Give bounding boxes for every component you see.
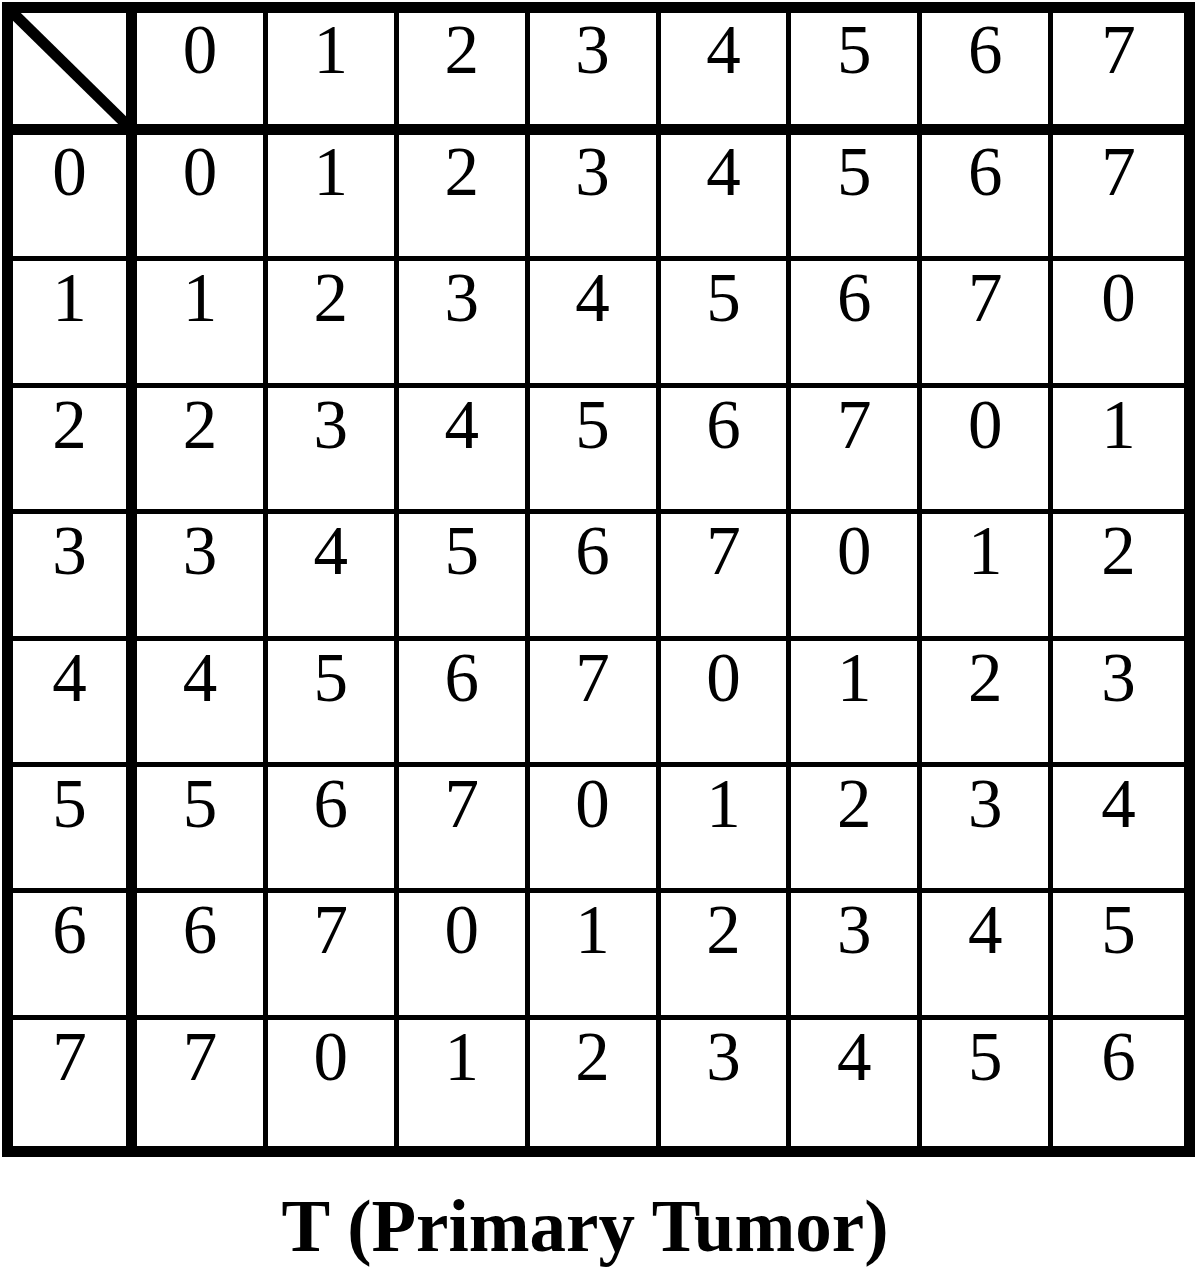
grid-cell: 3	[1053, 641, 1184, 767]
grid-cell: 0	[530, 767, 661, 893]
diagonal-line-icon	[13, 13, 126, 124]
grid-cell: 0	[268, 1020, 399, 1146]
grid-cell: 4	[661, 135, 792, 261]
grid-cell: 2	[137, 388, 268, 514]
grid-cell: 6	[791, 261, 922, 387]
col-header-cell: 0	[137, 13, 268, 135]
row-header-cell: 0	[13, 135, 137, 261]
grid-cell: 6	[1053, 1020, 1184, 1146]
grid-cell: 1	[791, 641, 922, 767]
grid-cell: 6	[399, 641, 530, 767]
grid-cell: 0	[922, 388, 1053, 514]
grid-cell: 5	[137, 767, 268, 893]
row-header-cell: 3	[13, 514, 137, 640]
grid-cell: 6	[137, 893, 268, 1019]
grid-cell: 0	[137, 135, 268, 261]
col-header-cell: 7	[1053, 13, 1184, 135]
col-header-cell: 1	[268, 13, 399, 135]
grid-cell: 6	[661, 388, 792, 514]
grid-cell: 5	[268, 641, 399, 767]
grid-cell: 1	[530, 893, 661, 1019]
grid-cell: 3	[399, 261, 530, 387]
grid-cell: 7	[268, 893, 399, 1019]
grid-cell: 3	[791, 893, 922, 1019]
corner-cell	[13, 13, 137, 135]
col-header-cell: 5	[791, 13, 922, 135]
grid-cell: 7	[137, 1020, 268, 1146]
grid-cell: 5	[922, 1020, 1053, 1146]
grid-cell: 5	[399, 514, 530, 640]
grid-cell: 3	[922, 767, 1053, 893]
grid-cell: 3	[661, 1020, 792, 1146]
grid-cell: 4	[268, 514, 399, 640]
grid-cell: 4	[791, 1020, 922, 1146]
grid-cell: 4	[1053, 767, 1184, 893]
row-header-cell: 2	[13, 388, 137, 514]
grid-cell: 7	[791, 388, 922, 514]
grid-cell: 7	[399, 767, 530, 893]
grid-cell: 7	[661, 514, 792, 640]
grid-cell: 0	[791, 514, 922, 640]
row-header-cell: 6	[13, 893, 137, 1019]
addition-table-grid: 0123456700123456711234567022345670133456…	[2, 2, 1195, 1157]
grid-cell: 5	[1053, 893, 1184, 1019]
grid-cell: 5	[661, 261, 792, 387]
grid-cell: 4	[530, 261, 661, 387]
grid-cell: 6	[268, 767, 399, 893]
grid-cell: 2	[922, 641, 1053, 767]
grid-cell: 5	[791, 135, 922, 261]
table-caption: T (Primary Tumor)	[0, 1190, 1185, 1263]
grid-cell: 1	[661, 767, 792, 893]
row-header-cell: 1	[13, 261, 137, 387]
grid-cell: 0	[399, 893, 530, 1019]
grid-cell: 3	[530, 135, 661, 261]
grid-cell: 6	[922, 135, 1053, 261]
row-header-cell: 4	[13, 641, 137, 767]
grid-cell: 1	[268, 135, 399, 261]
grid-cell: 7	[1053, 135, 1184, 261]
grid-cell: 4	[137, 641, 268, 767]
col-header-cell: 6	[922, 13, 1053, 135]
grid-cell: 7	[922, 261, 1053, 387]
grid-cell: 2	[661, 893, 792, 1019]
col-header-cell: 4	[661, 13, 792, 135]
grid-cell: 2	[1053, 514, 1184, 640]
grid-cell: 2	[791, 767, 922, 893]
grid-cell: 3	[137, 514, 268, 640]
grid-cell: 1	[922, 514, 1053, 640]
grid-cell: 6	[530, 514, 661, 640]
grid-cell: 5	[530, 388, 661, 514]
grid-cell: 4	[399, 388, 530, 514]
grid-cell: 3	[268, 388, 399, 514]
grid-cell: 2	[268, 261, 399, 387]
grid-cell: 4	[922, 893, 1053, 1019]
grid-cell: 1	[399, 1020, 530, 1146]
grid-cell: 0	[661, 641, 792, 767]
grid-cell: 1	[137, 261, 268, 387]
grid-cell: 2	[399, 135, 530, 261]
col-header-cell: 3	[530, 13, 661, 135]
grid-cell: 7	[530, 641, 661, 767]
grid-cell: 2	[530, 1020, 661, 1146]
row-header-cell: 7	[13, 1020, 137, 1146]
col-header-cell: 2	[399, 13, 530, 135]
grid-cell: 0	[1053, 261, 1184, 387]
grid-cell: 1	[1053, 388, 1184, 514]
row-header-cell: 5	[13, 767, 137, 893]
